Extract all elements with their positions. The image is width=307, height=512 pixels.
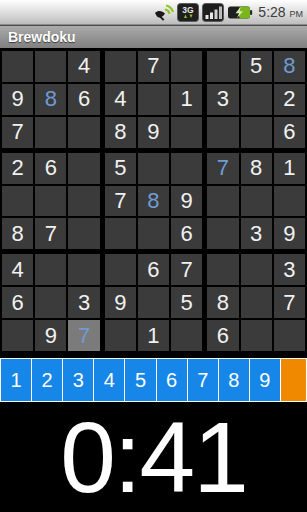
cell-r6c3[interactable] <box>68 218 99 249</box>
cell-r1c8[interactable]: 5 <box>241 51 272 82</box>
cell-r7c6[interactable]: 7 <box>171 254 202 285</box>
network-3g-icon: 3G <box>177 3 199 22</box>
cell-r7c5[interactable]: 6 <box>138 254 169 285</box>
cell-r7c9[interactable]: 3 <box>274 254 305 285</box>
cell-r6c7[interactable] <box>207 218 238 249</box>
cell-r9c3[interactable]: 7 <box>68 320 99 351</box>
cell-r1c9[interactable]: 8 <box>274 51 305 82</box>
signal-strength-icon <box>202 3 224 22</box>
cell-r5c5[interactable]: 8 <box>138 186 169 217</box>
cell-r4c9[interactable]: 1 <box>274 153 305 184</box>
cell-r8c2[interactable] <box>35 287 66 318</box>
cell-r5c9[interactable] <box>274 186 305 217</box>
cell-r9c4[interactable] <box>105 320 136 351</box>
cell-r8c1[interactable]: 6 <box>2 287 33 318</box>
cell-r3c9[interactable]: 6 <box>274 117 305 148</box>
cell-r3c3[interactable] <box>68 117 99 148</box>
timer-value: 0:41 <box>60 407 247 507</box>
cell-r2c1[interactable]: 9 <box>2 84 33 115</box>
cell-r1c3[interactable]: 4 <box>68 51 99 82</box>
sudoku-board: 4986774189583262687578967813946397679513… <box>0 48 307 354</box>
clock-text: 5:28 PM <box>258 4 303 20</box>
cell-r5c4[interactable]: 7 <box>105 186 136 217</box>
cell-r7c3[interactable] <box>68 254 99 285</box>
number-button-9[interactable]: 9 <box>249 358 281 402</box>
cell-r3c1[interactable]: 7 <box>2 117 33 148</box>
number-button-5[interactable]: 5 <box>124 358 156 402</box>
cell-r9c8[interactable] <box>241 320 272 351</box>
cell-r9c7[interactable]: 6 <box>207 320 238 351</box>
cell-r2c5[interactable] <box>138 84 169 115</box>
status-bar: 3G 5:28 PM <box>0 0 307 25</box>
cell-r3c8[interactable] <box>241 117 272 148</box>
cell-r2c7[interactable]: 3 <box>207 84 238 115</box>
svg-text:3G: 3G <box>183 4 195 14</box>
cell-r9c2[interactable]: 9 <box>35 320 66 351</box>
cell-r3c2[interactable] <box>35 117 66 148</box>
cell-r8c3[interactable]: 3 <box>68 287 99 318</box>
number-button-3[interactable]: 3 <box>62 358 94 402</box>
cell-r5c6[interactable]: 9 <box>171 186 202 217</box>
cell-r4c5[interactable] <box>138 153 169 184</box>
battery-charging-icon <box>227 3 253 22</box>
cell-r2c3[interactable]: 6 <box>68 84 99 115</box>
cell-r4c1[interactable]: 2 <box>2 153 33 184</box>
cell-r8c5[interactable] <box>138 287 169 318</box>
box-6: 78139 <box>207 153 305 250</box>
cell-r7c4[interactable] <box>105 254 136 285</box>
cell-r7c2[interactable] <box>35 254 66 285</box>
cell-r6c2[interactable]: 7 <box>35 218 66 249</box>
box-4: 2687 <box>2 153 100 250</box>
cell-r8c9[interactable]: 7 <box>274 287 305 318</box>
cell-r4c8[interactable]: 8 <box>241 153 272 184</box>
cell-r8c7[interactable]: 8 <box>207 287 238 318</box>
timer-area: 0:41 <box>0 402 307 512</box>
number-button-8[interactable]: 8 <box>218 358 250 402</box>
cell-r3c4[interactable]: 8 <box>105 117 136 148</box>
cell-r3c6[interactable] <box>171 117 202 148</box>
cell-r6c9[interactable]: 9 <box>274 218 305 249</box>
number-button-6[interactable]: 6 <box>156 358 188 402</box>
app-title: Brewdoku <box>8 29 76 45</box>
number-pad: 123456789 <box>0 358 307 402</box>
cell-r1c4[interactable] <box>105 51 136 82</box>
box-7: 46397 <box>2 254 100 351</box>
number-button-7[interactable]: 7 <box>187 358 219 402</box>
cell-r4c3[interactable] <box>68 153 99 184</box>
cell-r4c2[interactable]: 6 <box>35 153 66 184</box>
cell-r2c9[interactable]: 2 <box>274 84 305 115</box>
gps-icon <box>153 3 174 22</box>
cell-r2c2[interactable]: 8 <box>35 84 66 115</box>
cell-r8c4[interactable]: 9 <box>105 287 136 318</box>
box-3: 58326 <box>207 51 305 148</box>
box-5: 57896 <box>105 153 203 250</box>
cell-r4c6[interactable] <box>171 153 202 184</box>
cell-r3c5[interactable]: 9 <box>138 117 169 148</box>
number-button-1[interactable]: 1 <box>0 358 32 402</box>
erase-button[interactable] <box>280 358 307 402</box>
cell-r5c3[interactable] <box>68 186 99 217</box>
cell-r8c6[interactable]: 5 <box>171 287 202 318</box>
cell-r1c5[interactable]: 7 <box>138 51 169 82</box>
cell-r5c2[interactable] <box>35 186 66 217</box>
cell-r6c5[interactable] <box>138 218 169 249</box>
box-2: 74189 <box>105 51 203 148</box>
cell-r1c2[interactable] <box>35 51 66 82</box>
cell-r9c1[interactable] <box>2 320 33 351</box>
brewdoku-app: 3G 5:28 PM <box>0 0 307 512</box>
cell-r7c1[interactable]: 4 <box>2 254 33 285</box>
cell-r5c1[interactable] <box>2 186 33 217</box>
cell-r2c6[interactable]: 1 <box>171 84 202 115</box>
cell-r6c1[interactable]: 8 <box>2 218 33 249</box>
cell-r6c4[interactable] <box>105 218 136 249</box>
cell-r8c8[interactable] <box>241 287 272 318</box>
cell-r9c9[interactable] <box>274 320 305 351</box>
cell-r2c8[interactable] <box>241 84 272 115</box>
box-8: 67951 <box>105 254 203 351</box>
cell-r3c7[interactable] <box>207 117 238 148</box>
cell-r4c7[interactable]: 7 <box>207 153 238 184</box>
cell-r6c8[interactable]: 3 <box>241 218 272 249</box>
cell-r4c4[interactable]: 5 <box>105 153 136 184</box>
cell-r1c7[interactable] <box>207 51 238 82</box>
cell-r1c6[interactable] <box>171 51 202 82</box>
clock-ampm: PM <box>290 9 304 19</box>
box-1: 49867 <box>2 51 100 148</box>
cell-r1c1[interactable] <box>2 51 33 82</box>
cell-r2c4[interactable]: 4 <box>105 84 136 115</box>
cell-r5c7[interactable] <box>207 186 238 217</box>
cell-r5c8[interactable] <box>241 186 272 217</box>
cell-r9c6[interactable] <box>171 320 202 351</box>
number-button-4[interactable]: 4 <box>93 358 125 402</box>
number-button-2[interactable]: 2 <box>31 358 63 402</box>
cell-r9c5[interactable]: 1 <box>138 320 169 351</box>
cell-r6c6[interactable]: 6 <box>171 218 202 249</box>
title-bar: Brewdoku <box>0 25 307 48</box>
clock-time: 5:28 <box>258 4 285 20</box>
cell-r7c8[interactable] <box>241 254 272 285</box>
box-9: 3876 <box>207 254 305 351</box>
cell-r7c7[interactable] <box>207 254 238 285</box>
